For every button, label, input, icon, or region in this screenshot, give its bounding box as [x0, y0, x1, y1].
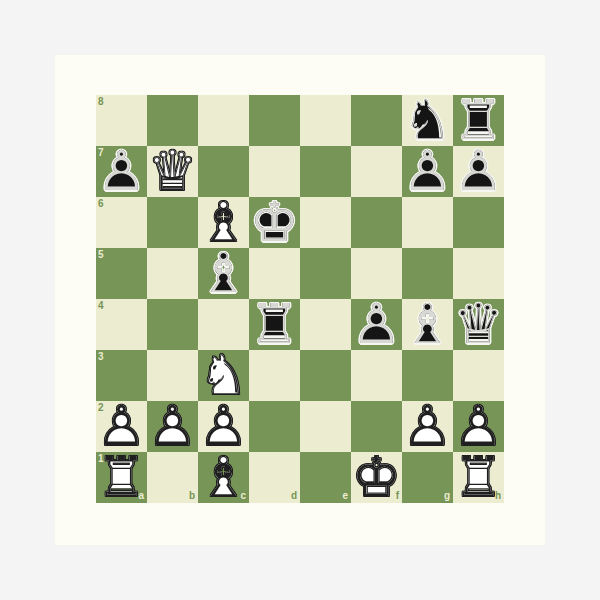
black-pawn-detail-icon: ♙: [402, 146, 453, 197]
rank-label-8: 8: [98, 97, 104, 107]
square-f7[interactable]: [351, 146, 402, 197]
black-king-detail-icon: ♔: [249, 197, 300, 248]
square-g1[interactable]: g: [402, 452, 453, 503]
square-g6[interactable]: [402, 197, 453, 248]
white-bishop-detail-icon: ♗: [198, 452, 249, 503]
square-e8[interactable]: [300, 95, 351, 146]
black-queen-h4[interactable]: ♛♕: [453, 299, 504, 350]
file-label-b: b: [189, 491, 195, 501]
black-rook-detail-icon: ♖: [249, 299, 300, 350]
square-e1[interactable]: e: [300, 452, 351, 503]
white-rook-h1[interactable]: ♜♖: [453, 452, 504, 503]
black-rook-d4[interactable]: ♜♖: [249, 299, 300, 350]
square-h4[interactable]: ♛♕: [453, 299, 504, 350]
black-pawn-h7[interactable]: ♟♙: [453, 146, 504, 197]
white-king-f1[interactable]: ♚♔: [351, 452, 402, 503]
square-h6[interactable]: [453, 197, 504, 248]
white-queen-b7[interactable]: ♛♕: [147, 146, 198, 197]
art-print-paper: 8♞♘♜♖7♟♙♛♕♟♙♟♙6♝♗♚♔5♝♗4♜♖♟♙♝♗♛♕3♞♘2♟♙♟♙♟…: [55, 55, 545, 545]
square-d3[interactable]: [249, 350, 300, 401]
square-d1[interactable]: d: [249, 452, 300, 503]
black-bishop-c5[interactable]: ♝♗: [198, 248, 249, 299]
square-a4[interactable]: 4: [96, 299, 147, 350]
square-b7[interactable]: ♛♕: [147, 146, 198, 197]
black-pawn-detail-icon: ♙: [96, 146, 147, 197]
square-g2[interactable]: ♟♙: [402, 401, 453, 452]
square-e6[interactable]: [300, 197, 351, 248]
square-b4[interactable]: [147, 299, 198, 350]
black-pawn-g7[interactable]: ♟♙: [402, 146, 453, 197]
square-g7[interactable]: ♟♙: [402, 146, 453, 197]
black-bishop-detail-icon: ♗: [402, 299, 453, 350]
chess-board: 8♞♘♜♖7♟♙♛♕♟♙♟♙6♝♗♚♔5♝♗4♜♖♟♙♝♗♛♕3♞♘2♟♙♟♙♟…: [96, 95, 504, 503]
square-d4[interactable]: ♜♖: [249, 299, 300, 350]
square-f6[interactable]: [351, 197, 402, 248]
white-king-detail-icon: ♔: [351, 452, 402, 503]
rank-label-5: 5: [98, 250, 104, 260]
white-bishop-c1[interactable]: ♝♗: [198, 452, 249, 503]
white-rook-detail-icon: ♖: [453, 452, 504, 503]
square-h7[interactable]: ♟♙: [453, 146, 504, 197]
square-h1[interactable]: h♜♖: [453, 452, 504, 503]
square-c8[interactable]: [198, 95, 249, 146]
square-d2[interactable]: [249, 401, 300, 452]
square-b2[interactable]: ♟♙: [147, 401, 198, 452]
black-pawn-a7[interactable]: ♟♙: [96, 146, 147, 197]
square-g4[interactable]: ♝♗: [402, 299, 453, 350]
white-pawn-detail-icon: ♙: [147, 401, 198, 452]
white-queen-detail-icon: ♕: [147, 146, 198, 197]
square-e2[interactable]: [300, 401, 351, 452]
black-bishop-detail-icon: ♗: [198, 248, 249, 299]
black-bishop-g4[interactable]: ♝♗: [402, 299, 453, 350]
black-pawn-detail-icon: ♙: [453, 146, 504, 197]
square-e5[interactable]: [300, 248, 351, 299]
square-a5[interactable]: 5: [96, 248, 147, 299]
black-queen-detail-icon: ♕: [453, 299, 504, 350]
file-label-d: d: [291, 491, 297, 501]
square-f3[interactable]: [351, 350, 402, 401]
square-f4[interactable]: ♟♙: [351, 299, 402, 350]
square-c1[interactable]: c♝♗: [198, 452, 249, 503]
square-a6[interactable]: 6: [96, 197, 147, 248]
file-label-g: g: [444, 491, 450, 501]
square-b1[interactable]: b: [147, 452, 198, 503]
square-d8[interactable]: [249, 95, 300, 146]
white-pawn-detail-icon: ♙: [402, 401, 453, 452]
file-label-e: e: [342, 491, 348, 501]
square-f1[interactable]: f♚♔: [351, 452, 402, 503]
rank-label-4: 4: [98, 301, 104, 311]
white-rook-a1[interactable]: ♜♖: [96, 452, 147, 503]
square-e3[interactable]: [300, 350, 351, 401]
white-rook-detail-icon: ♖: [96, 452, 147, 503]
page-background: 8♞♘♜♖7♟♙♛♕♟♙♟♙6♝♗♚♔5♝♗4♜♖♟♙♝♗♛♕3♞♘2♟♙♟♙♟…: [0, 0, 600, 600]
square-d6[interactable]: ♚♔: [249, 197, 300, 248]
square-a1[interactable]: 1a♜♖: [96, 452, 147, 503]
square-e4[interactable]: [300, 299, 351, 350]
square-c5[interactable]: ♝♗: [198, 248, 249, 299]
square-b5[interactable]: [147, 248, 198, 299]
white-pawn-g2[interactable]: ♟♙: [402, 401, 453, 452]
square-f8[interactable]: [351, 95, 402, 146]
rank-label-3: 3: [98, 352, 104, 362]
square-b6[interactable]: [147, 197, 198, 248]
black-king-d6[interactable]: ♚♔: [249, 197, 300, 248]
white-pawn-b2[interactable]: ♟♙: [147, 401, 198, 452]
black-pawn-f4[interactable]: ♟♙: [351, 299, 402, 350]
square-e7[interactable]: [300, 146, 351, 197]
black-pawn-detail-icon: ♙: [351, 299, 402, 350]
square-a7[interactable]: 7♟♙: [96, 146, 147, 197]
